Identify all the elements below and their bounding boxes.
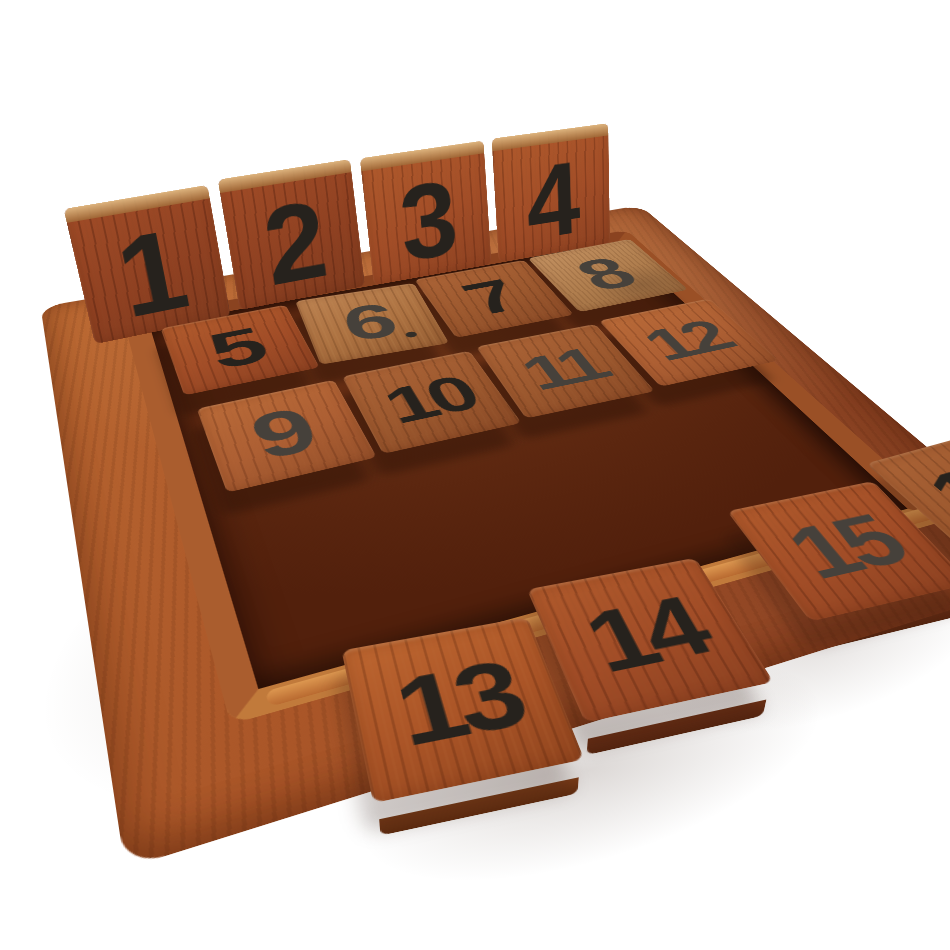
- tile-4[interactable]: 4: [492, 123, 611, 262]
- tile-number: 6: [338, 296, 404, 348]
- tile-number: 4: [524, 145, 581, 255]
- tile-number: 14: [573, 585, 721, 687]
- tile-face: 2: [218, 159, 366, 310]
- orientation-dot: [404, 331, 418, 338]
- tile-number: 2: [257, 184, 333, 302]
- tile-number: 1: [107, 211, 195, 335]
- tile-number: 12: [632, 314, 743, 368]
- tile-face: 4: [492, 123, 611, 262]
- tile-9[interactable]: 9: [199, 394, 378, 508]
- tile-grid: 12345678910111213141516: [41, 205, 950, 868]
- tile-number: 10: [375, 369, 486, 433]
- tile-face: 3: [360, 140, 492, 285]
- tile-2[interactable]: 2: [218, 159, 366, 310]
- tile-number: 9: [242, 398, 328, 470]
- puzzle-photo: 12345678910111213141516: [0, 0, 950, 950]
- tile-number: 3: [395, 164, 461, 278]
- tile-number: 13: [387, 648, 532, 763]
- board-3d-wrapper: 12345678910111213141516: [41, 205, 950, 868]
- tile-number: 7: [453, 273, 534, 323]
- tile-3[interactable]: 3: [360, 140, 492, 285]
- tile-number: 8: [565, 251, 649, 298]
- tile-number: 5: [202, 320, 277, 378]
- tile-number: 11: [511, 341, 617, 398]
- tile-number: 15: [773, 505, 920, 592]
